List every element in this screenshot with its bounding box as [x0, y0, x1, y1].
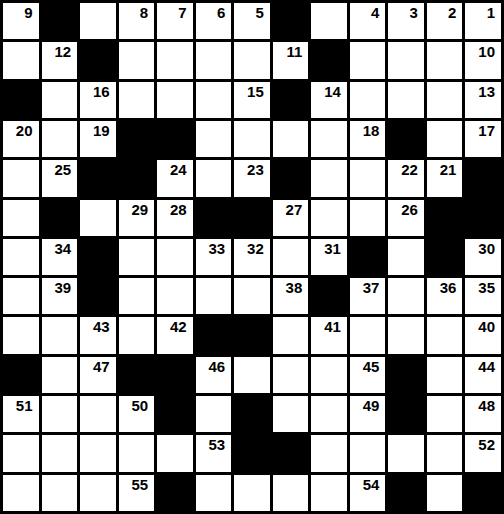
block-cell-r12c12	[465, 475, 501, 511]
cell-r10c12[interactable]: 48	[465, 396, 501, 432]
cell-r6c4[interactable]	[157, 239, 193, 275]
cell-r7c6[interactable]	[234, 278, 270, 314]
cell-r8c10[interactable]	[388, 317, 424, 353]
clue-number: 11	[286, 43, 302, 60]
cell-r11c4[interactable]	[157, 435, 193, 471]
cell-r7c11[interactable]: 36	[427, 278, 463, 314]
cell-r0c0[interactable]: 9	[3, 3, 39, 39]
cell-r12c5[interactable]	[196, 475, 232, 511]
clue-number: 24	[170, 161, 187, 178]
clue-number: 41	[324, 318, 341, 335]
block-cell-r6c2	[80, 239, 116, 275]
clue-number: 51	[16, 397, 33, 414]
cell-r3c8[interactable]	[311, 121, 347, 157]
clue-number: 10	[478, 43, 495, 60]
clue-number: 34	[54, 240, 71, 257]
cell-r1c10[interactable]	[388, 42, 424, 78]
clue-number: 21	[440, 161, 457, 178]
clue-number: 13	[478, 83, 495, 100]
clue-number: 36	[440, 279, 457, 296]
clue-number: 35	[478, 279, 495, 296]
clue-number: 6	[217, 4, 225, 21]
block-cell-r3c4	[157, 121, 193, 157]
block-cell-r1c2	[80, 42, 116, 78]
cell-r6c7[interactable]	[273, 239, 309, 275]
cell-r9c1[interactable]	[42, 357, 78, 393]
clue-number: 37	[363, 279, 380, 296]
clue-number: 55	[131, 476, 148, 493]
cell-r6c10[interactable]	[388, 239, 424, 275]
cell-r11c2[interactable]	[80, 435, 116, 471]
clue-number: 20	[16, 122, 33, 139]
clue-number: 33	[209, 240, 226, 257]
cell-r9c5[interactable]: 46	[196, 357, 232, 393]
cell-r11c1[interactable]	[42, 435, 78, 471]
cell-r7c0[interactable]	[3, 278, 39, 314]
cell-r11c12[interactable]: 52	[465, 435, 501, 471]
cell-r6c1[interactable]: 34	[42, 239, 78, 275]
cell-r4c4[interactable]: 24	[157, 160, 193, 196]
clue-number: 22	[401, 161, 418, 178]
clue-number: 4	[371, 4, 379, 21]
cell-r12c3[interactable]: 55	[119, 475, 155, 511]
cell-r2c10[interactable]	[388, 82, 424, 118]
block-cell-r2c7	[273, 82, 309, 118]
cell-r5c7[interactable]: 27	[273, 200, 309, 236]
cell-r12c0[interactable]	[3, 475, 39, 511]
block-cell-r10c4	[157, 396, 193, 432]
cell-r2c6[interactable]: 15	[234, 82, 270, 118]
block-cell-r2c0	[3, 82, 39, 118]
cell-r5c4[interactable]: 28	[157, 200, 193, 236]
cell-r1c0[interactable]	[3, 42, 39, 78]
block-cell-r7c2	[80, 278, 116, 314]
cell-r1c4[interactable]	[157, 42, 193, 78]
cell-r11c10[interactable]	[388, 435, 424, 471]
block-cell-r6c9	[350, 239, 386, 275]
cell-r7c1[interactable]: 39	[42, 278, 78, 314]
block-cell-r9c0	[3, 357, 39, 393]
cell-r10c11[interactable]	[427, 396, 463, 432]
cell-r3c6[interactable]	[234, 121, 270, 157]
cell-r6c3[interactable]	[119, 239, 155, 275]
cell-r1c1[interactable]: 12	[42, 42, 78, 78]
cell-r5c3[interactable]: 29	[119, 200, 155, 236]
cell-r0c10[interactable]: 3	[388, 3, 424, 39]
block-cell-r6c11	[427, 239, 463, 275]
cell-r2c12[interactable]: 13	[465, 82, 501, 118]
cell-r10c5[interactable]	[196, 396, 232, 432]
block-cell-r7c8	[311, 278, 347, 314]
block-cell-r0c7	[273, 3, 309, 39]
cell-r3c5[interactable]	[196, 121, 232, 157]
block-cell-r5c1	[42, 200, 78, 236]
cell-r2c4[interactable]	[157, 82, 193, 118]
cell-r9c7[interactable]	[273, 357, 309, 393]
cell-r12c2[interactable]	[80, 475, 116, 511]
cell-r8c4[interactable]: 42	[157, 317, 193, 353]
block-cell-r5c6	[234, 200, 270, 236]
block-cell-r11c6	[234, 435, 270, 471]
cell-r3c2[interactable]: 19	[80, 121, 116, 157]
clue-number: 31	[324, 240, 341, 257]
cell-r10c8[interactable]	[311, 396, 347, 432]
cell-r10c9[interactable]: 49	[350, 396, 386, 432]
cell-r7c9[interactable]: 37	[350, 278, 386, 314]
cell-r9c6[interactable]	[234, 357, 270, 393]
cell-r2c8[interactable]: 14	[311, 82, 347, 118]
cell-r0c6[interactable]: 5	[234, 3, 270, 39]
cell-r0c11[interactable]: 2	[427, 3, 463, 39]
cell-r0c5[interactable]: 6	[196, 3, 232, 39]
cell-r10c7[interactable]	[273, 396, 309, 432]
cell-r9c11[interactable]	[427, 357, 463, 393]
cell-r8c12[interactable]: 40	[465, 317, 501, 353]
cell-r4c1[interactable]: 25	[42, 160, 78, 196]
clue-number: 17	[478, 122, 495, 139]
clue-number: 18	[363, 122, 380, 139]
cell-r7c4[interactable]	[157, 278, 193, 314]
clue-number: 15	[247, 83, 264, 100]
cell-r2c11[interactable]	[427, 82, 463, 118]
cell-r4c0[interactable]	[3, 160, 39, 196]
cell-r2c1[interactable]	[42, 82, 78, 118]
clue-number: 26	[401, 201, 418, 218]
clue-number: 23	[247, 161, 264, 178]
cell-r5c0[interactable]	[3, 200, 39, 236]
cell-r4c11[interactable]: 21	[427, 160, 463, 196]
clue-number: 54	[363, 476, 380, 493]
crossword-board: 9876543211211101615141320191817252423222…	[0, 0, 504, 514]
cell-r12c7[interactable]	[273, 475, 309, 511]
cell-r12c8[interactable]	[311, 475, 347, 511]
cell-r8c1[interactable]	[42, 317, 78, 353]
cell-r9c2[interactable]: 47	[80, 357, 116, 393]
cell-r2c9[interactable]	[350, 82, 386, 118]
cell-r6c0[interactable]	[3, 239, 39, 275]
cell-r5c2[interactable]	[80, 200, 116, 236]
cell-r12c11[interactable]	[427, 475, 463, 511]
block-cell-r11c7	[273, 435, 309, 471]
block-cell-r1c8	[311, 42, 347, 78]
cell-r2c3[interactable]	[119, 82, 155, 118]
cell-r9c12[interactable]: 44	[465, 357, 501, 393]
cell-r8c7[interactable]	[273, 317, 309, 353]
cell-r1c9[interactable]	[350, 42, 386, 78]
cell-r0c3[interactable]: 8	[119, 3, 155, 39]
clue-number: 3	[410, 4, 418, 21]
block-cell-r5c11	[427, 200, 463, 236]
block-cell-r4c12	[465, 160, 501, 196]
clue-number: 46	[209, 358, 226, 375]
block-cell-r10c6	[234, 396, 270, 432]
cell-r8c11[interactable]	[427, 317, 463, 353]
cell-r11c11[interactable]	[427, 435, 463, 471]
cell-r8c3[interactable]	[119, 317, 155, 353]
clue-number: 38	[286, 279, 303, 296]
cell-r11c3[interactable]	[119, 435, 155, 471]
cell-r7c5[interactable]	[196, 278, 232, 314]
cell-r10c1[interactable]	[42, 396, 78, 432]
cell-r3c0[interactable]: 20	[3, 121, 39, 157]
clue-number: 50	[131, 397, 148, 414]
cell-r6c8[interactable]: 31	[311, 239, 347, 275]
clue-number: 7	[178, 4, 186, 21]
cell-r11c9[interactable]	[350, 435, 386, 471]
cell-r4c6[interactable]: 23	[234, 160, 270, 196]
clue-number: 27	[286, 201, 303, 218]
cell-r8c8[interactable]: 41	[311, 317, 347, 353]
block-cell-r8c6	[234, 317, 270, 353]
cell-r3c9[interactable]: 18	[350, 121, 386, 157]
cell-r3c11[interactable]	[427, 121, 463, 157]
clue-number: 8	[140, 4, 148, 21]
block-cell-r12c4	[157, 475, 193, 511]
cell-r7c12[interactable]: 35	[465, 278, 501, 314]
clue-number: 32	[247, 240, 264, 257]
cell-r0c9[interactable]: 4	[350, 3, 386, 39]
block-cell-r10c10	[388, 396, 424, 432]
cell-r4c10[interactable]: 22	[388, 160, 424, 196]
cell-r7c7[interactable]: 38	[273, 278, 309, 314]
clue-number: 40	[478, 318, 495, 335]
cell-r1c3[interactable]	[119, 42, 155, 78]
cell-r6c6[interactable]: 32	[234, 239, 270, 275]
cell-r11c0[interactable]	[3, 435, 39, 471]
cell-r7c3[interactable]	[119, 278, 155, 314]
cell-r0c2[interactable]	[80, 3, 116, 39]
cell-r3c7[interactable]	[273, 121, 309, 157]
block-cell-r3c10	[388, 121, 424, 157]
cell-r6c12[interactable]: 30	[465, 239, 501, 275]
cell-r6c5[interactable]: 33	[196, 239, 232, 275]
clue-number: 45	[363, 358, 380, 375]
cell-r4c8[interactable]	[311, 160, 347, 196]
clue-number: 5	[255, 4, 263, 21]
cell-r2c2[interactable]: 16	[80, 82, 116, 118]
block-cell-r4c2	[80, 160, 116, 196]
block-cell-r8c5	[196, 317, 232, 353]
clue-number: 2	[448, 4, 456, 21]
clue-number: 39	[54, 279, 71, 296]
block-cell-r12c10	[388, 475, 424, 511]
block-cell-r3c3	[119, 121, 155, 157]
cell-r3c1[interactable]	[42, 121, 78, 157]
clue-number: 43	[93, 318, 110, 335]
cell-r1c11[interactable]	[427, 42, 463, 78]
block-cell-r5c5	[196, 200, 232, 236]
clue-number: 53	[209, 436, 226, 453]
clue-number: 9	[24, 4, 32, 21]
clue-number: 30	[478, 240, 495, 257]
cell-r12c1[interactable]	[42, 475, 78, 511]
clue-number: 28	[170, 201, 187, 218]
clue-number: 44	[478, 358, 495, 375]
cell-r0c12[interactable]: 1	[465, 3, 501, 39]
clue-number: 1	[487, 4, 495, 21]
cell-r0c8[interactable]	[311, 3, 347, 39]
block-cell-r9c10	[388, 357, 424, 393]
clue-number: 16	[93, 83, 110, 100]
block-cell-r0c1	[42, 3, 78, 39]
clue-number: 12	[54, 43, 71, 60]
cell-r8c0[interactable]	[3, 317, 39, 353]
clue-number: 42	[170, 318, 187, 335]
clue-number: 29	[131, 201, 148, 218]
cell-r5c8[interactable]	[311, 200, 347, 236]
cell-r11c8[interactable]	[311, 435, 347, 471]
cell-r8c2[interactable]: 43	[80, 317, 116, 353]
cell-r12c6[interactable]	[234, 475, 270, 511]
cell-r4c5[interactable]	[196, 160, 232, 196]
block-cell-r9c3	[119, 357, 155, 393]
cell-r2c5[interactable]	[196, 82, 232, 118]
clue-number: 52	[478, 436, 495, 453]
cell-r12c9[interactable]: 54	[350, 475, 386, 511]
block-cell-r9c4	[157, 357, 193, 393]
cell-r10c3[interactable]: 50	[119, 396, 155, 432]
clue-number: 47	[93, 358, 110, 375]
clue-number: 25	[54, 161, 71, 178]
cell-r1c6[interactable]	[234, 42, 270, 78]
cell-r9c9[interactable]: 45	[350, 357, 386, 393]
cell-r5c10[interactable]: 26	[388, 200, 424, 236]
clue-number: 14	[324, 83, 341, 100]
clue-number: 19	[93, 122, 110, 139]
block-cell-r4c3	[119, 160, 155, 196]
cell-r1c5[interactable]	[196, 42, 232, 78]
cell-r3c12[interactable]: 17	[465, 121, 501, 157]
cell-r1c7[interactable]: 11	[273, 42, 309, 78]
cell-r9c8[interactable]	[311, 357, 347, 393]
block-cell-r4c7	[273, 160, 309, 196]
cell-r10c0[interactable]: 51	[3, 396, 39, 432]
cell-r4c9[interactable]	[350, 160, 386, 196]
block-cell-r5c12	[465, 200, 501, 236]
clue-number: 48	[478, 397, 495, 414]
cell-r8c9[interactable]	[350, 317, 386, 353]
clue-number: 49	[363, 397, 380, 414]
cell-r1c12[interactable]: 10	[465, 42, 501, 78]
cell-r10c2[interactable]	[80, 396, 116, 432]
cell-r5c9[interactable]	[350, 200, 386, 236]
cell-r7c10[interactable]	[388, 278, 424, 314]
cell-r0c4[interactable]: 7	[157, 3, 193, 39]
cell-r11c5[interactable]: 53	[196, 435, 232, 471]
